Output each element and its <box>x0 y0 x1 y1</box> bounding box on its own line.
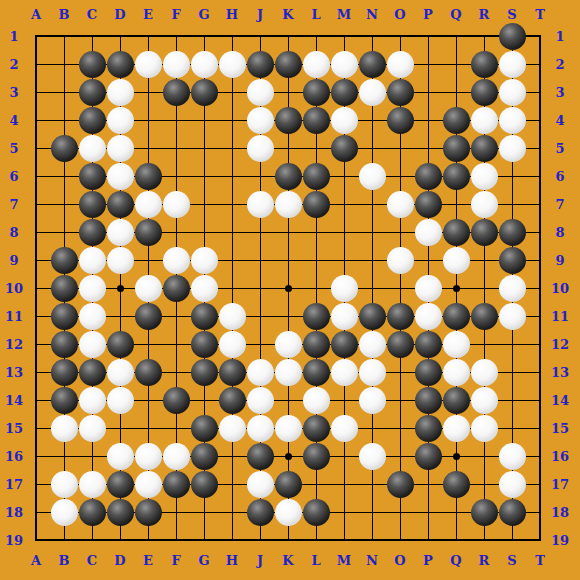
black-stone-P13[interactable] <box>415 359 442 386</box>
col-label-bottom-C: C <box>87 553 97 568</box>
row-label-left-10: 10 <box>5 281 23 296</box>
black-stone-P15[interactable] <box>415 415 442 442</box>
black-stone-C13[interactable] <box>79 359 106 386</box>
black-stone-J18[interactable] <box>247 499 274 526</box>
col-label-bottom-M: M <box>337 553 351 568</box>
row-label-right-9: 9 <box>555 253 564 268</box>
black-stone-E13[interactable] <box>135 359 162 386</box>
white-stone-C15[interactable] <box>79 415 106 442</box>
black-stone-L15[interactable] <box>303 415 330 442</box>
white-stone-M11[interactable] <box>331 303 358 330</box>
white-stone-H2[interactable] <box>219 51 246 78</box>
row-label-right-3: 3 <box>555 85 564 100</box>
white-stone-F9[interactable] <box>163 247 190 274</box>
row-label-right-6: 6 <box>555 169 564 184</box>
row-label-right-15: 15 <box>551 421 569 436</box>
white-stone-B18[interactable] <box>51 499 78 526</box>
black-stone-F17[interactable] <box>163 471 190 498</box>
black-stone-M3[interactable] <box>331 79 358 106</box>
col-label-bottom-A: A <box>31 553 41 568</box>
white-stone-O9[interactable] <box>387 247 414 274</box>
row-label-right-2: 2 <box>555 57 564 72</box>
white-stone-Q12[interactable] <box>443 331 470 358</box>
white-stone-H12[interactable] <box>219 331 246 358</box>
white-stone-M2[interactable] <box>331 51 358 78</box>
black-stone-C2[interactable] <box>79 51 106 78</box>
black-stone-G13[interactable] <box>191 359 218 386</box>
black-stone-P14[interactable] <box>415 387 442 414</box>
row-label-left-11: 11 <box>5 309 23 324</box>
black-stone-H13[interactable] <box>219 359 246 386</box>
white-stone-D14[interactable] <box>107 387 134 414</box>
col-label-bottom-B: B <box>59 553 70 568</box>
row-label-left-8: 8 <box>9 225 18 240</box>
col-label-bottom-E: E <box>143 553 153 568</box>
white-stone-Q9[interactable] <box>443 247 470 274</box>
black-stone-G3[interactable] <box>191 79 218 106</box>
white-stone-K18[interactable] <box>275 499 302 526</box>
white-stone-R13[interactable] <box>471 359 498 386</box>
black-stone-P12[interactable] <box>415 331 442 358</box>
col-label-top-G: G <box>198 7 209 22</box>
hoshi-point-Q16 <box>453 453 460 460</box>
col-label-top-N: N <box>366 7 378 22</box>
col-label-top-J: J <box>257 7 263 22</box>
white-stone-D3[interactable] <box>107 79 134 106</box>
white-stone-K12[interactable] <box>275 331 302 358</box>
black-stone-C6[interactable] <box>79 163 106 190</box>
black-stone-R5[interactable] <box>471 135 498 162</box>
black-stone-B11[interactable] <box>51 303 78 330</box>
black-stone-C3[interactable] <box>79 79 106 106</box>
col-label-top-F: F <box>171 7 180 22</box>
white-stone-J14[interactable] <box>247 387 274 414</box>
black-stone-B12[interactable] <box>51 331 78 358</box>
black-stone-F14[interactable] <box>163 387 190 414</box>
black-stone-Q6[interactable] <box>443 163 470 190</box>
white-stone-G9[interactable] <box>191 247 218 274</box>
black-stone-O3[interactable] <box>387 79 414 106</box>
black-stone-D7[interactable] <box>107 191 134 218</box>
white-stone-J4[interactable] <box>247 107 274 134</box>
black-stone-J2[interactable] <box>247 51 274 78</box>
white-stone-D4[interactable] <box>107 107 134 134</box>
white-stone-C5[interactable] <box>79 135 106 162</box>
col-label-bottom-P: P <box>423 553 433 568</box>
black-stone-D2[interactable] <box>107 51 134 78</box>
black-stone-L11[interactable] <box>303 303 330 330</box>
row-label-left-12: 12 <box>5 337 23 352</box>
white-stone-S3[interactable] <box>499 79 526 106</box>
col-label-bottom-F: F <box>171 553 180 568</box>
white-stone-N16[interactable] <box>359 443 386 470</box>
white-stone-D8[interactable] <box>107 219 134 246</box>
white-stone-M15[interactable] <box>331 415 358 442</box>
black-stone-S8[interactable] <box>499 219 526 246</box>
white-stone-H15[interactable] <box>219 415 246 442</box>
black-stone-C4[interactable] <box>79 107 106 134</box>
row-label-right-18: 18 <box>551 505 569 520</box>
black-stone-G15[interactable] <box>191 415 218 442</box>
white-stone-C12[interactable] <box>79 331 106 358</box>
white-stone-S5[interactable] <box>499 135 526 162</box>
white-stone-J3[interactable] <box>247 79 274 106</box>
black-stone-R2[interactable] <box>471 51 498 78</box>
hoshi-point-D10 <box>117 285 124 292</box>
white-stone-N12[interactable] <box>359 331 386 358</box>
black-stone-D18[interactable] <box>107 499 134 526</box>
black-stone-R11[interactable] <box>471 303 498 330</box>
white-stone-S11[interactable] <box>499 303 526 330</box>
row-label-right-1: 1 <box>555 29 564 44</box>
black-stone-M5[interactable] <box>331 135 358 162</box>
black-stone-Q11[interactable] <box>443 303 470 330</box>
black-stone-B10[interactable] <box>51 275 78 302</box>
white-stone-S17[interactable] <box>499 471 526 498</box>
white-stone-C10[interactable] <box>79 275 106 302</box>
black-stone-C8[interactable] <box>79 219 106 246</box>
white-stone-S2[interactable] <box>499 51 526 78</box>
black-stone-B5[interactable] <box>51 135 78 162</box>
go-board[interactable]: AABBCCDDEEFFGGHHJJKKLLMMNNOOPPQQRRSSTT11… <box>0 0 580 580</box>
white-stone-K13[interactable] <box>275 359 302 386</box>
black-stone-G17[interactable] <box>191 471 218 498</box>
black-stone-L6[interactable] <box>303 163 330 190</box>
row-label-left-15: 15 <box>5 421 23 436</box>
white-stone-P10[interactable] <box>415 275 442 302</box>
black-stone-D12[interactable] <box>107 331 134 358</box>
black-stone-C7[interactable] <box>79 191 106 218</box>
col-label-bottom-T: T <box>535 553 545 568</box>
black-stone-O11[interactable] <box>387 303 414 330</box>
white-stone-M4[interactable] <box>331 107 358 134</box>
black-stone-P7[interactable] <box>415 191 442 218</box>
col-label-bottom-L: L <box>311 553 320 568</box>
white-stone-J7[interactable] <box>247 191 274 218</box>
white-stone-P11[interactable] <box>415 303 442 330</box>
black-stone-P16[interactable] <box>415 443 442 470</box>
black-stone-E18[interactable] <box>135 499 162 526</box>
white-stone-M13[interactable] <box>331 359 358 386</box>
col-label-bottom-J: J <box>257 553 263 568</box>
col-label-top-S: S <box>507 7 516 22</box>
black-stone-G11[interactable] <box>191 303 218 330</box>
col-label-bottom-H: H <box>226 553 238 568</box>
black-stone-B13[interactable] <box>51 359 78 386</box>
col-label-top-E: E <box>143 7 153 22</box>
white-stone-R15[interactable] <box>471 415 498 442</box>
row-label-left-17: 17 <box>5 477 23 492</box>
col-label-top-C: C <box>87 7 97 22</box>
white-stone-E10[interactable] <box>135 275 162 302</box>
white-stone-G2[interactable] <box>191 51 218 78</box>
col-label-top-B: B <box>59 7 70 22</box>
white-stone-C11[interactable] <box>79 303 106 330</box>
white-stone-O2[interactable] <box>387 51 414 78</box>
row-label-right-19: 19 <box>551 533 569 548</box>
col-label-top-K: K <box>282 7 293 22</box>
hoshi-point-Q10 <box>453 285 460 292</box>
col-label-top-A: A <box>31 7 41 22</box>
black-stone-B9[interactable] <box>51 247 78 274</box>
black-stone-K17[interactable] <box>275 471 302 498</box>
black-stone-E6[interactable] <box>135 163 162 190</box>
black-stone-S9[interactable] <box>499 247 526 274</box>
white-stone-C14[interactable] <box>79 387 106 414</box>
col-label-top-H: H <box>226 7 238 22</box>
white-stone-L14[interactable] <box>303 387 330 414</box>
col-label-bottom-N: N <box>366 553 378 568</box>
white-stone-L2[interactable] <box>303 51 330 78</box>
row-label-right-7: 7 <box>555 197 564 212</box>
col-label-top-R: R <box>479 7 490 22</box>
black-stone-L16[interactable] <box>303 443 330 470</box>
col-label-bottom-S: S <box>507 553 516 568</box>
black-stone-P6[interactable] <box>415 163 442 190</box>
white-stone-J5[interactable] <box>247 135 274 162</box>
white-stone-D13[interactable] <box>107 359 134 386</box>
white-stone-Q15[interactable] <box>443 415 470 442</box>
black-stone-K2[interactable] <box>275 51 302 78</box>
row-label-left-14: 14 <box>5 393 23 408</box>
white-stone-E2[interactable] <box>135 51 162 78</box>
black-stone-R3[interactable] <box>471 79 498 106</box>
white-stone-F7[interactable] <box>163 191 190 218</box>
black-stone-K6[interactable] <box>275 163 302 190</box>
hoshi-point-K10 <box>285 285 292 292</box>
black-stone-L3[interactable] <box>303 79 330 106</box>
white-stone-D6[interactable] <box>107 163 134 190</box>
row-label-right-11: 11 <box>551 309 569 324</box>
row-label-left-4: 4 <box>9 113 18 128</box>
row-label-right-10: 10 <box>551 281 569 296</box>
white-stone-P8[interactable] <box>415 219 442 246</box>
col-label-bottom-D: D <box>114 553 125 568</box>
row-label-left-9: 9 <box>9 253 18 268</box>
col-label-top-L: L <box>311 7 320 22</box>
white-stone-D16[interactable] <box>107 443 134 470</box>
black-stone-O17[interactable] <box>387 471 414 498</box>
white-stone-S10[interactable] <box>499 275 526 302</box>
black-stone-N2[interactable] <box>359 51 386 78</box>
white-stone-R14[interactable] <box>471 387 498 414</box>
black-stone-G12[interactable] <box>191 331 218 358</box>
black-stone-O4[interactable] <box>387 107 414 134</box>
black-stone-G16[interactable] <box>191 443 218 470</box>
white-stone-J15[interactable] <box>247 415 274 442</box>
row-label-left-5: 5 <box>9 141 18 156</box>
row-label-left-2: 2 <box>9 57 18 72</box>
white-stone-N13[interactable] <box>359 359 386 386</box>
row-label-right-12: 12 <box>551 337 569 352</box>
black-stone-E11[interactable] <box>135 303 162 330</box>
black-stone-D17[interactable] <box>107 471 134 498</box>
col-label-bottom-O: O <box>394 553 405 568</box>
white-stone-R6[interactable] <box>471 163 498 190</box>
white-stone-B17[interactable] <box>51 471 78 498</box>
col-label-top-P: P <box>423 7 433 22</box>
row-label-right-13: 13 <box>551 365 569 380</box>
row-label-left-6: 6 <box>9 169 18 184</box>
col-label-top-M: M <box>337 7 351 22</box>
col-label-bottom-Q: Q <box>450 553 461 568</box>
black-stone-K4[interactable] <box>275 107 302 134</box>
white-stone-C17[interactable] <box>79 471 106 498</box>
white-stone-S16[interactable] <box>499 443 526 470</box>
white-stone-D5[interactable] <box>107 135 134 162</box>
black-stone-Q8[interactable] <box>443 219 470 246</box>
white-stone-F2[interactable] <box>163 51 190 78</box>
white-stone-J13[interactable] <box>247 359 274 386</box>
black-stone-R8[interactable] <box>471 219 498 246</box>
white-stone-R7[interactable] <box>471 191 498 218</box>
col-label-bottom-G: G <box>198 553 209 568</box>
row-label-left-13: 13 <box>5 365 23 380</box>
row-label-right-16: 16 <box>551 449 569 464</box>
black-stone-L4[interactable] <box>303 107 330 134</box>
black-stone-L12[interactable] <box>303 331 330 358</box>
row-label-right-5: 5 <box>555 141 564 156</box>
white-stone-N14[interactable] <box>359 387 386 414</box>
white-stone-S4[interactable] <box>499 107 526 134</box>
row-label-right-8: 8 <box>555 225 564 240</box>
black-stone-B14[interactable] <box>51 387 78 414</box>
row-label-left-7: 7 <box>9 197 18 212</box>
row-label-right-14: 14 <box>551 393 569 408</box>
black-stone-C18[interactable] <box>79 499 106 526</box>
black-stone-F3[interactable] <box>163 79 190 106</box>
black-stone-S18[interactable] <box>499 499 526 526</box>
white-stone-Q13[interactable] <box>443 359 470 386</box>
white-stone-C9[interactable] <box>79 247 106 274</box>
row-label-left-1: 1 <box>9 29 18 44</box>
white-stone-K7[interactable] <box>275 191 302 218</box>
white-stone-F16[interactable] <box>163 443 190 470</box>
black-stone-Q4[interactable] <box>443 107 470 134</box>
black-stone-Q5[interactable] <box>443 135 470 162</box>
black-stone-Q17[interactable] <box>443 471 470 498</box>
col-label-bottom-K: K <box>282 553 293 568</box>
black-stone-M12[interactable] <box>331 331 358 358</box>
hoshi-point-K16 <box>285 453 292 460</box>
white-stone-H11[interactable] <box>219 303 246 330</box>
col-label-top-O: O <box>394 7 405 22</box>
white-stone-E7[interactable] <box>135 191 162 218</box>
white-stone-E16[interactable] <box>135 443 162 470</box>
white-stone-K15[interactable] <box>275 415 302 442</box>
black-stone-E8[interactable] <box>135 219 162 246</box>
white-stone-D9[interactable] <box>107 247 134 274</box>
row-label-left-3: 3 <box>9 85 18 100</box>
black-stone-S1[interactable] <box>499 23 526 50</box>
black-stone-Q14[interactable] <box>443 387 470 414</box>
black-stone-N11[interactable] <box>359 303 386 330</box>
col-label-bottom-R: R <box>479 553 490 568</box>
white-stone-O7[interactable] <box>387 191 414 218</box>
white-stone-M10[interactable] <box>331 275 358 302</box>
white-stone-R4[interactable] <box>471 107 498 134</box>
black-stone-F10[interactable] <box>163 275 190 302</box>
row-label-right-4: 4 <box>555 113 564 128</box>
black-stone-R18[interactable] <box>471 499 498 526</box>
row-label-left-16: 16 <box>5 449 23 464</box>
black-stone-L7[interactable] <box>303 191 330 218</box>
black-stone-L13[interactable] <box>303 359 330 386</box>
black-stone-J16[interactable] <box>247 443 274 470</box>
white-stone-E17[interactable] <box>135 471 162 498</box>
white-stone-G10[interactable] <box>191 275 218 302</box>
col-label-top-D: D <box>114 7 125 22</box>
black-stone-L18[interactable] <box>303 499 330 526</box>
black-stone-H14[interactable] <box>219 387 246 414</box>
white-stone-N3[interactable] <box>359 79 386 106</box>
row-label-right-17: 17 <box>551 477 569 492</box>
col-label-top-T: T <box>535 7 545 22</box>
row-label-left-19: 19 <box>5 533 23 548</box>
col-label-top-Q: Q <box>450 7 461 22</box>
row-label-left-18: 18 <box>5 505 23 520</box>
white-stone-B15[interactable] <box>51 415 78 442</box>
white-stone-J17[interactable] <box>247 471 274 498</box>
black-stone-O12[interactable] <box>387 331 414 358</box>
white-stone-N6[interactable] <box>359 163 386 190</box>
